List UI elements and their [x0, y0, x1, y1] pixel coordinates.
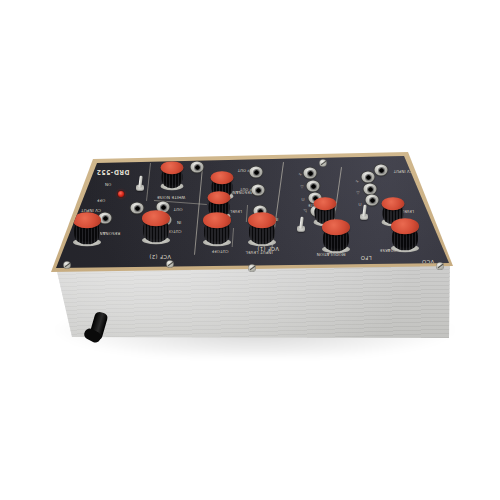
vcf1-cutoff-knob[interactable]: [202, 212, 232, 246]
brand-label: DRD-552: [96, 169, 129, 175]
white-noise-out-jack[interactable]: [191, 162, 204, 173]
vcf2-resonance-knob[interactable]: [72, 212, 102, 246]
panel-screw: [320, 160, 327, 167]
lfo-section-label: LFO: [360, 254, 371, 260]
vcf2-in-label: IN: [177, 220, 182, 224]
white-noise-box-line-v: [146, 163, 151, 201]
panel-screw: [64, 262, 71, 269]
vcf2-section-label: VCF (2): [149, 253, 171, 259]
panel-screw: [437, 263, 444, 270]
lfo-triangle-out-jack[interactable]: [307, 181, 320, 192]
off-label: OFF: [97, 198, 105, 202]
vco-triangle-icon: △: [356, 191, 359, 195]
lfo-sine-out-jack[interactable]: [304, 168, 317, 179]
vcf2-cutoff-knob[interactable]: [141, 210, 171, 244]
vcf2-out-label: OUT: [173, 207, 182, 211]
vco-range-toggle[interactable]: [359, 203, 369, 220]
vco-sine-out-jack[interactable]: [362, 172, 375, 183]
synth-module-photo: DRD-552 ON OFF CV INPUT WHITE NOISE OUT …: [0, 0, 500, 500]
lfo-sine-icon: ∿: [298, 172, 301, 176]
vco-coarse-knob[interactable]: [390, 218, 420, 252]
power-toggle-switch[interactable]: [135, 174, 145, 191]
white-noise-level-knob[interactable]: [160, 161, 185, 190]
panel-screw: [249, 265, 256, 272]
vcf1-lp-out-jack[interactable]: [252, 185, 265, 196]
bracket-line-2: [232, 228, 234, 247]
lfo-square-icon: ⊓: [301, 197, 304, 201]
front-panel: DRD-552 ON OFF CV INPUT WHITE NOISE OUT …: [0, 0, 500, 500]
vco-triangle-out-jack[interactable]: [364, 184, 377, 195]
vco-cv-input-label: CV INPUT: [394, 169, 413, 173]
vcf1-cutoff-label: CUTOFF: [212, 249, 229, 253]
power-led: [118, 191, 124, 197]
lfo-triangle-icon: △: [300, 185, 303, 189]
panel-screw: [167, 261, 174, 268]
vco-cv-input-jack[interactable]: [375, 165, 388, 176]
vco-sine-icon: ∿: [355, 179, 358, 183]
vco-section-label: VCO: [422, 258, 435, 264]
on-label: ON: [105, 182, 111, 186]
vcf1-bp-out-jack[interactable]: [250, 167, 263, 178]
white-noise-label: WHITE NOISE: [157, 195, 186, 199]
lfo-saw-icon: ◺: [303, 209, 306, 213]
lfo-range-toggle[interactable]: [296, 215, 306, 232]
lfo-modulation-knob[interactable]: [321, 219, 351, 253]
vcf1-input-level-knob[interactable]: [247, 212, 277, 246]
